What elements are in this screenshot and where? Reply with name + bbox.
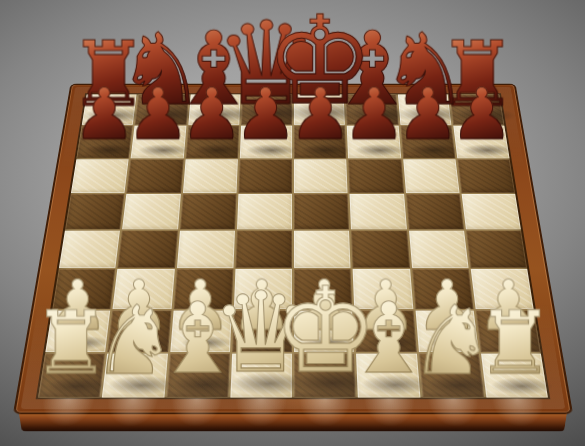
- board-perspective: ♜♞♝♛♚♝♞♜♟♟♟♟♟♟♟♟♟♟♟♟♟♟♟♟♜♞♝♛♚♝♞♜: [0, 0, 585, 446]
- piece-white-knight[interactable]: ♞: [409, 292, 495, 388]
- square-c5[interactable]: [180, 194, 237, 229]
- square-d7[interactable]: ♟: [240, 126, 292, 158]
- square-a5[interactable]: [65, 194, 125, 229]
- square-g4[interactable]: [409, 231, 469, 268]
- square-e6[interactable]: [294, 159, 348, 193]
- square-c7[interactable]: ♟: [185, 126, 239, 158]
- square-a4[interactable]: [59, 231, 120, 268]
- square-c6[interactable]: [182, 159, 237, 193]
- square-g1[interactable]: ♞: [419, 353, 484, 397]
- square-h7[interactable]: ♟: [453, 126, 509, 158]
- square-f7[interactable]: ♟: [347, 126, 401, 158]
- square-h5[interactable]: [461, 194, 521, 229]
- square-g5[interactable]: [406, 194, 464, 229]
- square-f6[interactable]: [348, 159, 403, 193]
- square-c4[interactable]: [176, 231, 234, 268]
- board-front-edge: [19, 412, 567, 431]
- square-e5[interactable]: [294, 194, 349, 229]
- square-b7[interactable]: ♟: [131, 126, 186, 158]
- piece-black-pawn[interactable]: ♟: [450, 79, 513, 150]
- square-a7[interactable]: ♟: [77, 126, 133, 158]
- square-b5[interactable]: [122, 194, 180, 229]
- chess-board: ♜♞♝♛♚♝♞♜♟♟♟♟♟♟♟♟♟♟♟♟♟♟♟♟♜♞♝♛♚♝♞♜: [15, 85, 570, 413]
- square-g6[interactable]: [403, 159, 460, 193]
- square-a6[interactable]: [71, 159, 129, 193]
- square-e1[interactable]: ♚: [294, 353, 356, 397]
- board-grid: ♜♞♝♛♚♝♞♜♟♟♟♟♟♟♟♟♟♟♟♟♟♟♟♟♜♞♝♛♚♝♞♜: [38, 94, 548, 397]
- square-f5[interactable]: [350, 194, 407, 229]
- square-h6[interactable]: [457, 159, 515, 193]
- square-g7[interactable]: ♟: [400, 126, 455, 158]
- square-d6[interactable]: [238, 159, 292, 193]
- square-b6[interactable]: [127, 159, 184, 193]
- square-b4[interactable]: [118, 231, 178, 268]
- chess-scene: ♜♞♝♛♚♝♞♜♟♟♟♟♟♟♟♟♟♟♟♟♟♟♟♟♜♞♝♛♚♝♞♜: [0, 0, 585, 446]
- square-e7[interactable]: ♟: [294, 126, 346, 158]
- square-d5[interactable]: [237, 194, 292, 229]
- square-h4[interactable]: [466, 231, 527, 268]
- piece-white-king[interactable]: ♚: [272, 272, 378, 390]
